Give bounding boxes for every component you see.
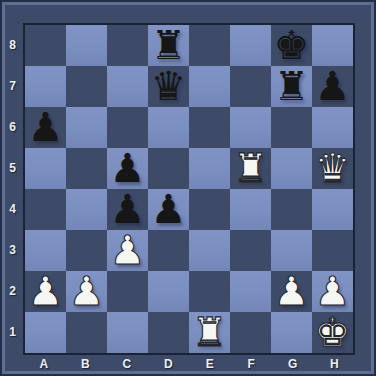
square-a1[interactable] [25, 312, 66, 353]
square-b7[interactable] [66, 66, 107, 107]
square-g6[interactable] [271, 107, 312, 148]
square-f5[interactable]: ♜ [230, 148, 271, 189]
rank-label-5: 5 [2, 148, 23, 189]
square-e7[interactable] [189, 66, 230, 107]
square-a4[interactable] [25, 189, 66, 230]
file-label-e: E [189, 356, 231, 374]
square-a6[interactable]: ♟ [25, 107, 66, 148]
square-c3[interactable]: ♟ [107, 230, 148, 271]
square-d2[interactable] [148, 271, 189, 312]
square-a2[interactable]: ♟ [25, 271, 66, 312]
square-c4[interactable]: ♟ [107, 189, 148, 230]
square-g7[interactable]: ♜ [271, 66, 312, 107]
square-e8[interactable] [189, 25, 230, 66]
square-g3[interactable] [271, 230, 312, 271]
square-e6[interactable] [189, 107, 230, 148]
square-h4[interactable] [312, 189, 353, 230]
file-label-f: F [231, 356, 273, 374]
file-label-h: H [314, 356, 356, 374]
piece-white-rook-f5[interactable]: ♜ [233, 148, 269, 189]
rank-label-2: 2 [2, 271, 23, 312]
file-label-b: B [65, 356, 107, 374]
piece-white-pawn-b2[interactable]: ♟ [69, 271, 105, 312]
square-f8[interactable] [230, 25, 271, 66]
piece-black-king-g8[interactable]: ♚ [274, 25, 310, 66]
square-c1[interactable] [107, 312, 148, 353]
square-d3[interactable] [148, 230, 189, 271]
piece-black-pawn-h7[interactable]: ♟ [315, 66, 351, 107]
board: ♜♚♛♜♟♟♟♜♛♟♟♟♟♟♟♟♜♚ [23, 23, 355, 355]
piece-black-pawn-d4[interactable]: ♟ [151, 189, 187, 230]
file-label-c: C [106, 356, 148, 374]
square-d4[interactable]: ♟ [148, 189, 189, 230]
piece-black-rook-d8[interactable]: ♜ [151, 25, 187, 66]
square-h5[interactable]: ♛ [312, 148, 353, 189]
square-d1[interactable] [148, 312, 189, 353]
square-e2[interactable] [189, 271, 230, 312]
square-a7[interactable] [25, 66, 66, 107]
square-e1[interactable]: ♜ [189, 312, 230, 353]
piece-white-king-h1[interactable]: ♚ [315, 312, 351, 353]
rank-labels: 87654321 [2, 25, 23, 353]
square-a3[interactable] [25, 230, 66, 271]
piece-white-pawn-c3[interactable]: ♟ [110, 230, 146, 271]
piece-white-pawn-g2[interactable]: ♟ [274, 271, 310, 312]
file-label-d: D [148, 356, 190, 374]
square-h8[interactable] [312, 25, 353, 66]
square-b8[interactable] [66, 25, 107, 66]
square-b1[interactable] [66, 312, 107, 353]
piece-white-queen-h5[interactable]: ♛ [315, 148, 351, 189]
square-e3[interactable] [189, 230, 230, 271]
square-h1[interactable]: ♚ [312, 312, 353, 353]
rank-label-1: 1 [2, 312, 23, 353]
square-h6[interactable] [312, 107, 353, 148]
square-g4[interactable] [271, 189, 312, 230]
square-b6[interactable] [66, 107, 107, 148]
rank-label-4: 4 [2, 189, 23, 230]
file-label-g: G [272, 356, 314, 374]
square-b5[interactable] [66, 148, 107, 189]
piece-black-queen-d7[interactable]: ♛ [151, 66, 187, 107]
piece-white-pawn-h2[interactable]: ♟ [315, 271, 351, 312]
square-g1[interactable] [271, 312, 312, 353]
file-label-a: A [23, 356, 65, 374]
file-labels: ABCDEFGH [23, 356, 355, 374]
square-g2[interactable]: ♟ [271, 271, 312, 312]
square-d8[interactable]: ♜ [148, 25, 189, 66]
square-a5[interactable] [25, 148, 66, 189]
square-c6[interactable] [107, 107, 148, 148]
square-c2[interactable] [107, 271, 148, 312]
square-f6[interactable] [230, 107, 271, 148]
square-c8[interactable] [107, 25, 148, 66]
board-frame: 87654321 ♜♚♛♜♟♟♟♜♛♟♟♟♟♟♟♟♜♚ ABCDEFGH [0, 0, 376, 376]
square-c7[interactable] [107, 66, 148, 107]
square-f7[interactable] [230, 66, 271, 107]
square-b2[interactable]: ♟ [66, 271, 107, 312]
square-d6[interactable] [148, 107, 189, 148]
piece-black-pawn-c5[interactable]: ♟ [110, 148, 146, 189]
piece-black-pawn-c4[interactable]: ♟ [110, 189, 146, 230]
square-e5[interactable] [189, 148, 230, 189]
square-b4[interactable] [66, 189, 107, 230]
piece-black-pawn-a6[interactable]: ♟ [28, 107, 64, 148]
square-f4[interactable] [230, 189, 271, 230]
piece-white-pawn-a2[interactable]: ♟ [28, 271, 64, 312]
square-f1[interactable] [230, 312, 271, 353]
square-h7[interactable]: ♟ [312, 66, 353, 107]
square-b3[interactable] [66, 230, 107, 271]
square-c5[interactable]: ♟ [107, 148, 148, 189]
rank-label-3: 3 [2, 230, 23, 271]
square-d7[interactable]: ♛ [148, 66, 189, 107]
square-h3[interactable] [312, 230, 353, 271]
square-a8[interactable] [25, 25, 66, 66]
rank-label-8: 8 [2, 25, 23, 66]
square-h2[interactable]: ♟ [312, 271, 353, 312]
square-e4[interactable] [189, 189, 230, 230]
square-g5[interactable] [271, 148, 312, 189]
rank-label-7: 7 [2, 66, 23, 107]
square-g8[interactable]: ♚ [271, 25, 312, 66]
square-f3[interactable] [230, 230, 271, 271]
rank-label-6: 6 [2, 107, 23, 148]
square-f2[interactable] [230, 271, 271, 312]
piece-black-rook-g7[interactable]: ♜ [274, 66, 310, 107]
piece-white-rook-e1[interactable]: ♜ [192, 312, 228, 353]
square-d5[interactable] [148, 148, 189, 189]
